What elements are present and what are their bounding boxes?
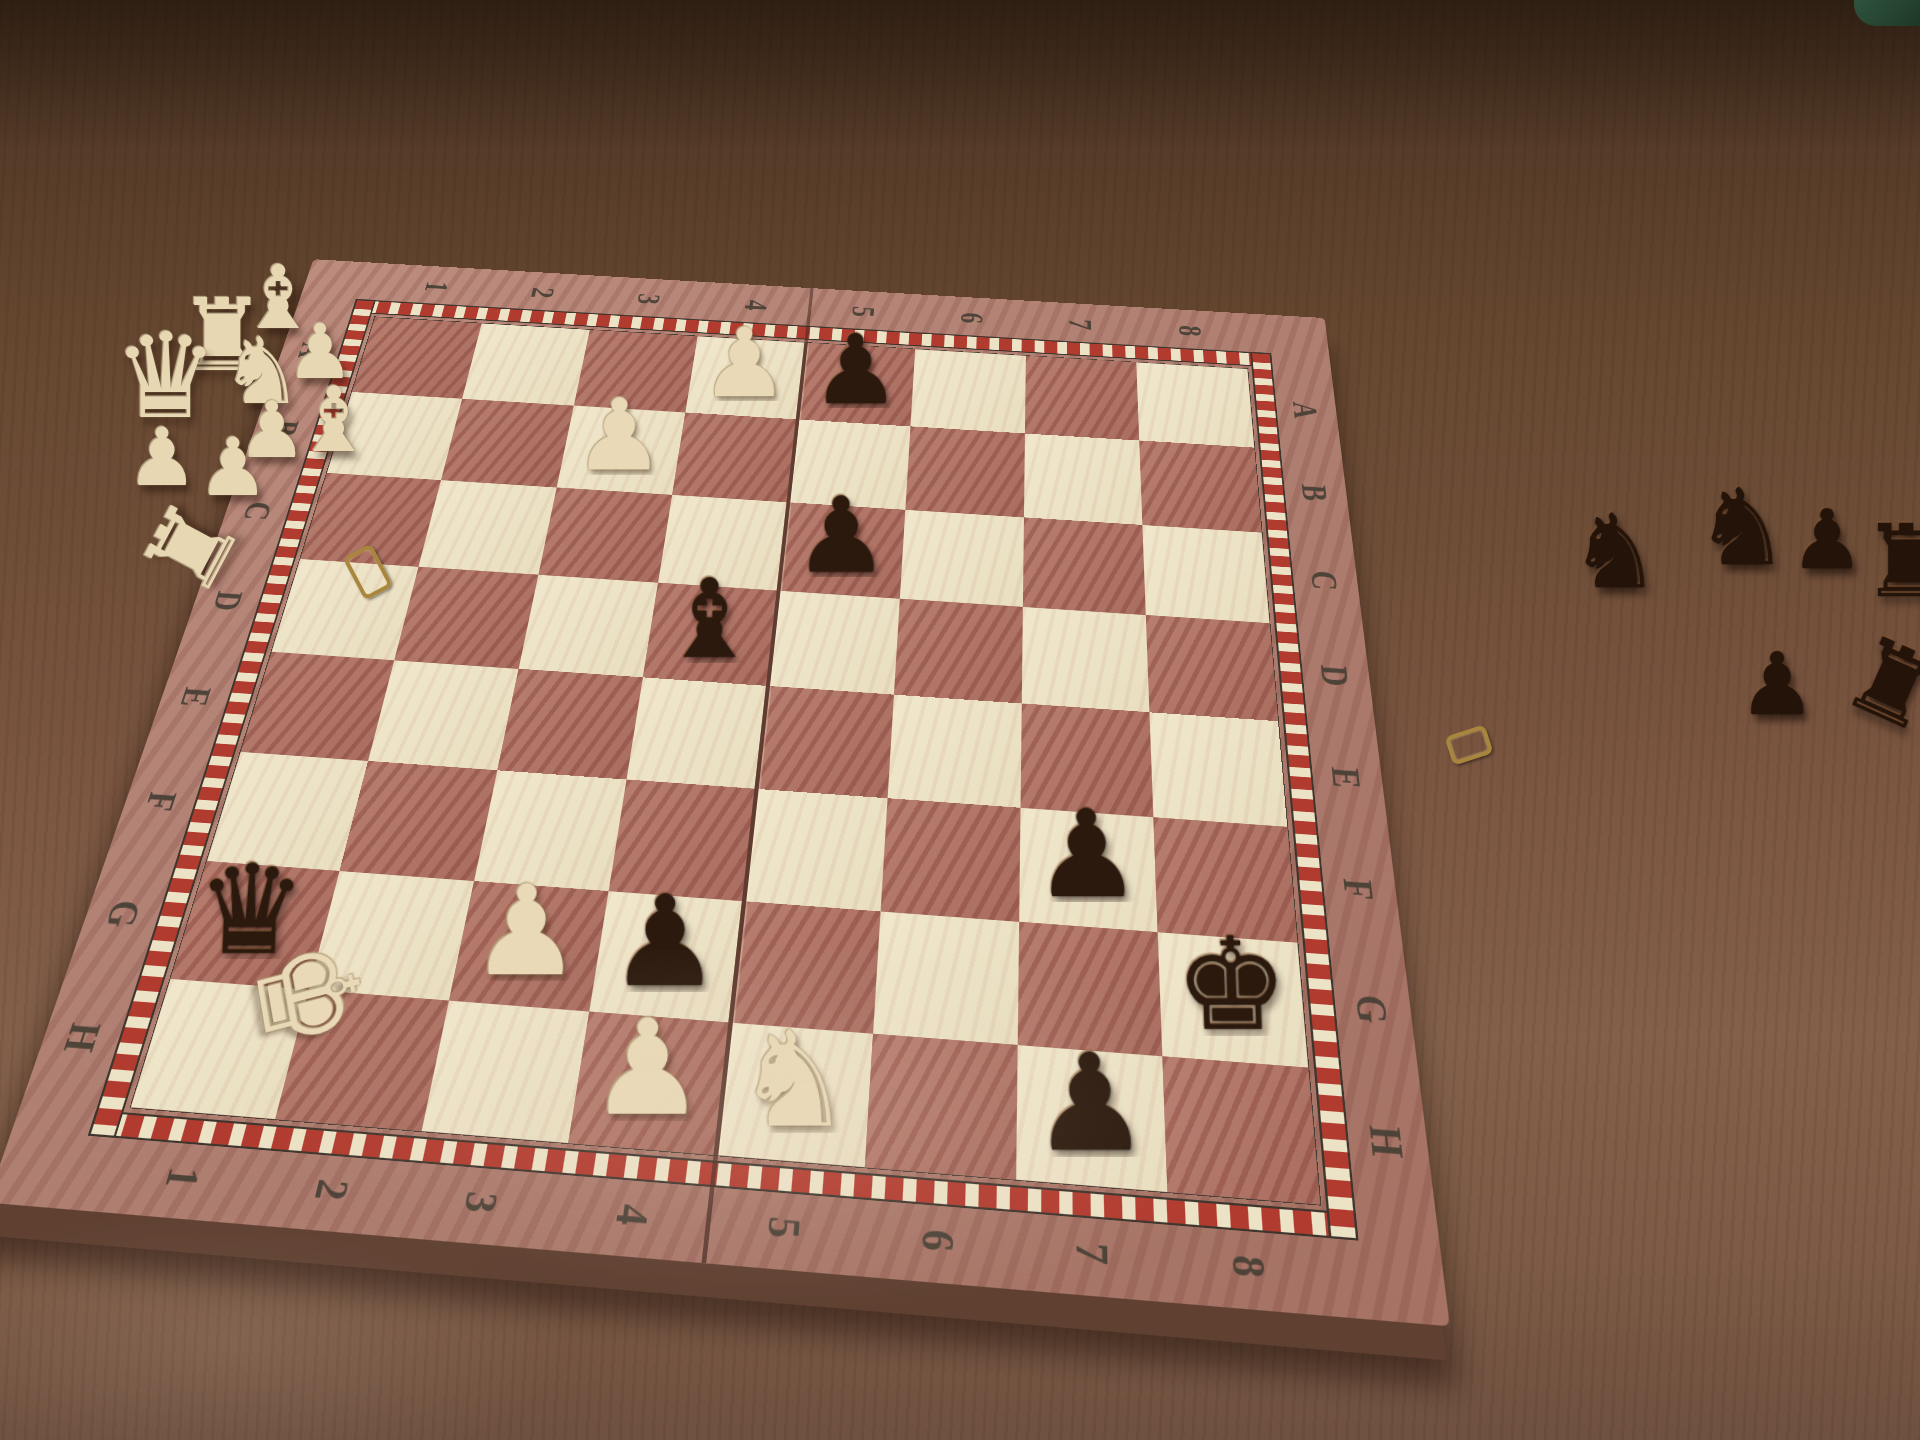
square-f5[interactable] xyxy=(894,599,1022,704)
label-left-F: F xyxy=(89,774,233,828)
square-h5[interactable] xyxy=(1146,615,1278,721)
square-f3[interactable] xyxy=(881,799,1020,922)
square-g1[interactable]: ♟ xyxy=(1016,1045,1168,1192)
square-c1[interactable] xyxy=(421,1000,589,1143)
label-right-F: F xyxy=(1288,860,1431,918)
piece-black-pawn-g1[interactable]: ♟ xyxy=(1029,1036,1150,1170)
square-h1[interactable] xyxy=(1162,1056,1320,1204)
square-g8[interactable] xyxy=(1024,356,1139,441)
label-bottom-8: 8 xyxy=(1213,1191,1287,1346)
square-h7[interactable] xyxy=(1139,441,1262,533)
square-e5[interactable] xyxy=(768,591,900,695)
square-e6[interactable]: ♟ xyxy=(779,502,906,599)
square-f2[interactable] xyxy=(873,911,1018,1045)
label-right-H: H xyxy=(1309,1107,1466,1176)
piece-black-king-h2[interactable]: ♚ xyxy=(1173,920,1290,1048)
square-a5[interactable] xyxy=(272,559,419,660)
square-c5[interactable] xyxy=(518,575,658,678)
square-f8[interactable] xyxy=(911,349,1026,433)
piece-white-pawn-d8[interactable]: ♟ xyxy=(700,315,789,411)
label-bottom-7: 7 xyxy=(1061,1178,1127,1332)
square-h4[interactable] xyxy=(1149,712,1287,827)
square-d5[interactable]: ♝ xyxy=(643,583,779,686)
captured-black-pawn[interactable]: ♟ xyxy=(1790,499,1864,581)
piece-black-pawn-g3[interactable]: ♟ xyxy=(1031,794,1142,915)
square-h2[interactable]: ♚ xyxy=(1157,932,1308,1068)
label-right-B: B xyxy=(1254,471,1376,513)
piece-white-pawn-c7[interactable]: ♟ xyxy=(572,385,665,484)
square-e4[interactable] xyxy=(757,686,895,799)
piece-black-bishop-d5[interactable]: ♝ xyxy=(659,565,758,674)
label-right-D: D xyxy=(1270,651,1402,700)
piece-white-pawn-d1[interactable]: ♟ xyxy=(588,1001,706,1133)
square-b4[interactable] xyxy=(368,660,518,770)
square-e8[interactable]: ♟ xyxy=(798,343,916,427)
square-g7[interactable] xyxy=(1023,434,1142,525)
square-e1[interactable]: ♞ xyxy=(716,1022,873,1167)
piece-white-knight-e1[interactable]: ♞ xyxy=(735,1013,853,1146)
label-left-E: E xyxy=(127,672,265,722)
square-d8[interactable]: ♟ xyxy=(685,336,806,419)
piece-white-pawn-c2[interactable]: ♟ xyxy=(469,868,582,993)
label-bottom-3: 3 xyxy=(437,1130,525,1279)
label-bottom-5: 5 xyxy=(746,1154,821,1305)
square-c6[interactable] xyxy=(538,487,672,582)
background-object xyxy=(1854,0,1920,26)
square-e3[interactable] xyxy=(744,789,888,911)
label-top-6: 6 xyxy=(948,281,995,356)
square-b7[interactable] xyxy=(441,399,573,487)
piece-black-pawn-d2[interactable]: ♟ xyxy=(608,878,721,1004)
label-bottom-6: 6 xyxy=(903,1166,972,1318)
square-d1[interactable]: ♟ xyxy=(568,1011,731,1155)
square-h8[interactable] xyxy=(1136,362,1254,447)
square-g5[interactable] xyxy=(1021,607,1149,713)
captured-black-knight[interactable]: ♞ xyxy=(1569,501,1660,603)
square-c4[interactable] xyxy=(497,669,643,780)
piece-black-pawn-e8[interactable]: ♟ xyxy=(811,322,901,418)
square-f4[interactable] xyxy=(888,695,1021,808)
square-f6[interactable] xyxy=(900,510,1023,607)
square-f1[interactable] xyxy=(865,1034,1017,1180)
brass-latch-right xyxy=(1444,724,1493,766)
captured-black-pawn[interactable]: ♟ xyxy=(1738,641,1815,727)
square-h6[interactable] xyxy=(1142,525,1269,624)
table-far-edge-shadow xyxy=(0,0,1920,150)
square-g6[interactable] xyxy=(1022,517,1145,615)
square-d7[interactable] xyxy=(672,413,798,502)
label-left-G: G xyxy=(48,885,199,944)
square-f7[interactable] xyxy=(906,427,1025,517)
square-b5[interactable] xyxy=(394,567,537,669)
captured-white-pawn[interactable]: ♟ xyxy=(197,428,269,508)
square-d4[interactable] xyxy=(626,677,768,789)
label-top-8: 8 xyxy=(1166,293,1216,369)
square-c7[interactable]: ♟ xyxy=(556,406,685,495)
piece-black-pawn-e6[interactable]: ♟ xyxy=(793,483,889,587)
label-left-H: H xyxy=(3,1005,161,1069)
captured-black-rook-tilted[interactable]: ♜ xyxy=(1830,619,1920,749)
square-b6[interactable] xyxy=(419,480,557,575)
square-b8[interactable] xyxy=(462,323,589,405)
label-top-7: 7 xyxy=(1058,287,1104,363)
captured-black-rook[interactable]: ♜ xyxy=(1861,512,1920,612)
captured-black-knight[interactable]: ♞ xyxy=(1694,475,1789,581)
square-g3[interactable]: ♟ xyxy=(1019,808,1158,932)
square-c2[interactable]: ♟ xyxy=(449,881,609,1012)
